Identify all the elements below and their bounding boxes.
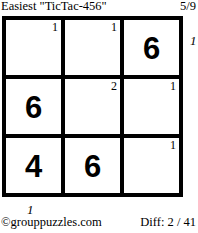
header: Easiest "TicTac-456" 5/9 (1, 0, 196, 14)
cell-r2c1[interactable]: 6 (6, 79, 61, 134)
outer-clue-row-1: 1 (190, 34, 197, 47)
cell-value: 6 (124, 20, 179, 75)
cell-value: 4 (6, 138, 61, 193)
cell-value (65, 79, 120, 134)
cell-value (124, 138, 179, 193)
cell-value (65, 20, 120, 75)
cell-value: 6 (65, 138, 120, 193)
cell-value: 6 (6, 79, 61, 134)
cell-r3c2[interactable]: 6 (65, 138, 120, 193)
cell-r3c3[interactable]: 1 (124, 138, 179, 193)
puzzle-counter: 5/9 (180, 0, 196, 14)
puzzle-board: 1 1 6 6 2 1 4 6 (2, 16, 183, 197)
cell-r3c1[interactable]: 4 (6, 138, 61, 193)
footer: ©grouppuzzles.com Diff: 2 / 41 (1, 215, 196, 230)
cell-value (124, 79, 179, 134)
cell-r1c2[interactable]: 1 (65, 20, 120, 75)
puzzle-title: Easiest "TicTac-456" (1, 0, 107, 14)
cell-r2c2[interactable]: 2 (65, 79, 120, 134)
cell-r1c1[interactable]: 1 (6, 20, 61, 75)
cell-value (6, 20, 61, 75)
cell-r2c3[interactable]: 1 (124, 79, 179, 134)
puzzle-page: Easiest "TicTac-456" 5/9 1 1 6 6 2 1 (0, 0, 198, 233)
copyright-text: ©grouppuzzles.com (1, 215, 102, 230)
cell-r1c3[interactable]: 6 (124, 20, 179, 75)
difficulty-text: Diff: 2 / 41 (140, 215, 196, 230)
